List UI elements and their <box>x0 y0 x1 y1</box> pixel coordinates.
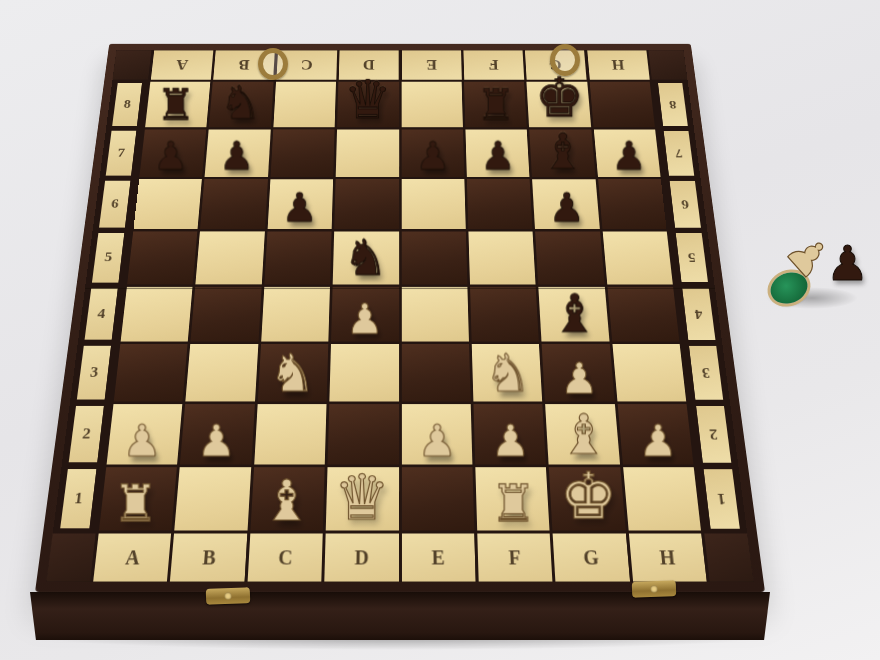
square-c4[interactable] <box>261 286 330 341</box>
square-g5[interactable] <box>535 232 604 284</box>
square-a5[interactable] <box>127 232 197 284</box>
square-g3[interactable]: ♟ <box>542 344 614 401</box>
square-f5[interactable] <box>468 232 535 284</box>
file-label-bottom-b: B <box>170 534 247 582</box>
white-rook-a1[interactable]: ♜ <box>113 478 159 529</box>
black-pawn-b7[interactable]: ♟ <box>219 137 254 176</box>
brass-hinge-ring-left <box>258 48 288 80</box>
square-d5[interactable]: ♞ <box>333 232 399 284</box>
square-h1[interactable] <box>623 467 701 530</box>
rank-label-left-6: 6 <box>99 181 130 228</box>
square-g6[interactable]: ♟ <box>532 179 599 229</box>
square-f2[interactable]: ♟ <box>473 404 546 464</box>
square-c3[interactable]: ♞ <box>258 344 329 401</box>
square-d2[interactable] <box>328 404 399 464</box>
rank-label-left-8: 8 <box>112 83 142 126</box>
black-pawn-c6[interactable]: ♟ <box>282 188 318 228</box>
square-b7[interactable]: ♟ <box>205 129 271 177</box>
white-bishop-c1[interactable]: ♝ <box>261 472 312 529</box>
square-b8[interactable]: ♞ <box>209 82 273 128</box>
square-b4[interactable] <box>191 286 262 341</box>
file-label-top-a: A <box>151 50 214 79</box>
rank-label-left-2: 2 <box>69 406 104 463</box>
square-a1[interactable]: ♜ <box>99 467 177 530</box>
chess-board: ABCDEFGH8♜♞♛♜♚87♟♟♟♟♝♟76♟♟65♞54♟♝43♞♞♟32… <box>46 50 753 581</box>
square-h5[interactable] <box>602 232 672 284</box>
white-bishop-g2[interactable]: ♝ <box>559 407 608 462</box>
square-e2[interactable]: ♟ <box>401 404 472 464</box>
square-c2[interactable] <box>254 404 327 464</box>
square-g1[interactable]: ♚ <box>549 467 625 530</box>
square-d7[interactable] <box>336 129 399 177</box>
square-f6[interactable] <box>467 179 533 229</box>
rank-label-right-2: 2 <box>696 406 731 463</box>
black-bishop-g7[interactable]: ♝ <box>542 127 586 176</box>
rank-label-right-4: 4 <box>682 288 715 339</box>
square-c7[interactable] <box>270 129 334 177</box>
rank-label-left-5: 5 <box>92 233 124 282</box>
captured-pieces-area: ♟ ♟ <box>760 225 880 335</box>
rank-label-left-3: 3 <box>77 345 111 399</box>
square-h2[interactable]: ♟ <box>617 404 693 464</box>
square-e5[interactable] <box>401 232 467 284</box>
rank-label-right-7: 7 <box>664 131 695 176</box>
file-label-bottom-e: E <box>401 534 475 582</box>
square-f4[interactable] <box>470 286 539 341</box>
file-label-top-h: H <box>587 50 650 79</box>
square-f7[interactable]: ♟ <box>465 129 529 177</box>
black-rook-a8[interactable]: ♜ <box>157 83 196 126</box>
rank-label-right-1: 1 <box>703 469 739 529</box>
file-label-bottom-a: A <box>93 534 171 582</box>
square-a7[interactable]: ♟ <box>139 129 206 177</box>
frame-corner-top-right <box>648 50 687 79</box>
photo-scene: ABCDEFGH8♜♞♛♜♚87♟♟♟♟♝♟76♟♟65♞54♟♝43♞♞♟32… <box>0 0 880 660</box>
board-perspective-wrap: ABCDEFGH8♜♞♛♜♚87♟♟♟♟♝♟76♟♟65♞54♟♝43♞♞♟32… <box>20 0 780 660</box>
square-e7[interactable]: ♟ <box>401 129 464 177</box>
square-d3[interactable] <box>329 344 398 401</box>
file-label-bottom-d: D <box>324 534 398 582</box>
square-h6[interactable] <box>598 179 667 229</box>
square-c8[interactable] <box>273 82 336 128</box>
box-front-edge <box>30 592 770 640</box>
brass-clasp-right <box>632 580 677 598</box>
black-pawn-e7[interactable]: ♟ <box>415 137 450 176</box>
black-pawn-h7[interactable]: ♟ <box>612 137 647 176</box>
black-pawn-g6[interactable]: ♟ <box>549 188 585 228</box>
square-g8[interactable]: ♚ <box>527 82 591 128</box>
square-c6[interactable]: ♟ <box>267 179 333 229</box>
square-b1[interactable] <box>175 467 251 530</box>
captured-black-pawn[interactable]: ♟ <box>826 239 869 287</box>
square-e3[interactable] <box>401 344 470 401</box>
square-c1[interactable]: ♝ <box>250 467 325 530</box>
white-pawn-d4[interactable]: ♟ <box>346 298 383 340</box>
white-pawn-b2[interactable]: ♟ <box>196 419 235 463</box>
rank-label-right-8: 8 <box>658 83 688 126</box>
file-label-top-f: F <box>463 50 524 79</box>
square-d1[interactable]: ♛ <box>326 467 399 530</box>
square-d6[interactable] <box>334 179 398 229</box>
square-h7[interactable]: ♟ <box>594 129 661 177</box>
brass-hinge-ring-right <box>550 44 580 76</box>
square-g7[interactable]: ♝ <box>529 129 595 177</box>
brass-clasp-left <box>206 587 251 605</box>
square-c5[interactable] <box>264 232 331 284</box>
white-knight-c3[interactable]: ♞ <box>269 347 316 399</box>
square-h3[interactable] <box>612 344 686 401</box>
square-f1[interactable]: ♜ <box>475 467 550 530</box>
square-b2[interactable]: ♟ <box>180 404 254 464</box>
square-g2[interactable]: ♝ <box>545 404 619 464</box>
black-rook-f8[interactable]: ♜ <box>477 83 516 126</box>
square-a8[interactable]: ♜ <box>145 82 211 128</box>
frame-corner-bottom-right <box>704 534 753 582</box>
rank-label-right-5: 5 <box>676 233 708 282</box>
white-rook-f1[interactable]: ♜ <box>491 478 537 529</box>
file-label-bottom-h: H <box>629 534 707 582</box>
square-e1[interactable] <box>401 467 474 530</box>
white-king-g1[interactable]: ♚ <box>560 464 618 528</box>
rank-label-left-4: 4 <box>85 288 118 339</box>
black-bishop-g4[interactable]: ♝ <box>552 287 599 340</box>
black-pawn-a7[interactable]: ♟ <box>154 137 189 176</box>
file-label-bottom-c: C <box>247 534 323 582</box>
square-e6[interactable] <box>401 179 465 229</box>
square-f8[interactable]: ♜ <box>464 82 527 128</box>
square-h4[interactable] <box>607 286 679 341</box>
square-e8[interactable] <box>401 82 463 128</box>
white-pawn-a2[interactable]: ♟ <box>123 419 162 463</box>
white-pawn-f2[interactable]: ♟ <box>491 419 530 463</box>
square-d4[interactable]: ♟ <box>331 286 398 341</box>
rank-label-left-7: 7 <box>106 131 137 176</box>
white-pawn-e2[interactable]: ♟ <box>417 419 456 463</box>
white-pawn-h2[interactable]: ♟ <box>638 419 677 463</box>
square-d8[interactable]: ♛ <box>337 82 399 128</box>
file-label-bottom-g: G <box>553 534 630 582</box>
rank-label-left-1: 1 <box>60 469 96 529</box>
board-box: ABCDEFGH8♜♞♛♜♚87♟♟♟♟♝♟76♟♟65♞54♟♝43♞♞♟32… <box>35 44 765 592</box>
square-a6[interactable] <box>133 179 202 229</box>
rank-label-right-3: 3 <box>689 345 723 399</box>
square-g4[interactable]: ♝ <box>539 286 610 341</box>
square-e4[interactable] <box>401 286 468 341</box>
frame-corner-top-left <box>113 50 152 79</box>
square-h8[interactable] <box>589 82 655 128</box>
square-b3[interactable] <box>186 344 258 401</box>
black-queen-d8[interactable]: ♛ <box>344 73 391 126</box>
black-knight-b8[interactable]: ♞ <box>219 80 261 126</box>
frame-corner-bottom-left <box>46 534 95 582</box>
rank-label-right-6: 6 <box>669 181 700 228</box>
black-pawn-f7[interactable]: ♟ <box>481 137 516 176</box>
square-a4[interactable] <box>121 286 193 341</box>
square-b5[interactable] <box>196 232 265 284</box>
black-king-g8[interactable]: ♚ <box>536 71 585 126</box>
black-knight-d5[interactable]: ♞ <box>344 233 388 283</box>
square-b6[interactable] <box>200 179 267 229</box>
file-label-bottom-f: F <box>477 534 553 582</box>
white-knight-f3[interactable]: ♞ <box>484 347 531 399</box>
square-a2[interactable]: ♟ <box>107 404 183 464</box>
file-label-top-e: E <box>401 50 461 79</box>
square-f3[interactable]: ♞ <box>472 344 543 401</box>
white-queen-d1[interactable]: ♛ <box>334 466 390 528</box>
square-a3[interactable] <box>114 344 188 401</box>
white-pawn-g3[interactable]: ♟ <box>560 357 598 400</box>
